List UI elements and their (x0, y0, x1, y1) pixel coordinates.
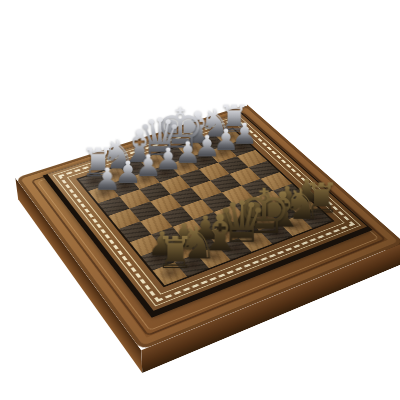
silver-pawn-glyph: ♟ (62, 161, 152, 197)
board-3d-stage: ♜♞♝♛♚♝♞♜♟♟♟♟♟♟♟♟♟♟♟♟♟♟♟♟♜♞♝♛♚♝♞♜ (0, 0, 400, 400)
chess-set-product-photo: ♜♞♝♛♚♝♞♜♟♟♟♟♟♟♟♟♟♟♟♟♟♟♟♟♜♞♝♛♚♝♞♜ (0, 0, 400, 400)
chess-board-platform: ♜♞♝♛♚♝♞♜♟♟♟♟♟♟♟♟♟♟♟♟♟♟♟♟♜♞♝♛♚♝♞♜ (15, 104, 400, 350)
bronze-rook-glyph: ♜ (125, 227, 225, 279)
